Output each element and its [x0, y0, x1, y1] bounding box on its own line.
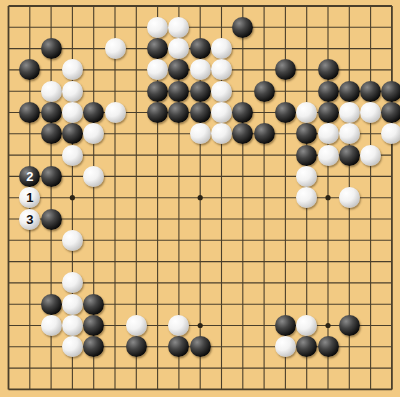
black-stone [275, 102, 296, 123]
move-3-white-stone: 3 [19, 209, 40, 230]
white-stone [105, 102, 126, 123]
black-stone [339, 145, 360, 166]
white-stone [62, 145, 83, 166]
black-stone [360, 81, 381, 102]
white-stone [41, 315, 62, 336]
white-stone [147, 17, 168, 38]
white-stone [105, 38, 126, 59]
white-stone [339, 123, 360, 144]
black-stone [147, 81, 168, 102]
white-stone [83, 166, 104, 187]
white-stone [339, 187, 360, 208]
black-stone [41, 209, 62, 230]
white-stone [126, 315, 147, 336]
black-stone [232, 17, 253, 38]
white-stone [211, 38, 232, 59]
white-stone [296, 166, 317, 187]
move-number-label: 1 [26, 191, 33, 204]
move-number-label: 2 [26, 169, 33, 182]
white-stone [190, 59, 211, 80]
white-stone [339, 102, 360, 123]
black-stone [41, 38, 62, 59]
black-stone [168, 81, 189, 102]
white-stone [318, 123, 339, 144]
black-stone [83, 294, 104, 315]
black-stone [318, 59, 339, 80]
black-stone [318, 102, 339, 123]
black-stone [296, 145, 317, 166]
black-stone [339, 315, 360, 336]
black-stone [381, 102, 400, 123]
black-stone [147, 102, 168, 123]
black-stone [190, 102, 211, 123]
black-stone [41, 166, 62, 187]
star-point [198, 195, 203, 200]
star-point [325, 195, 330, 200]
black-stone [318, 81, 339, 102]
white-stone [211, 81, 232, 102]
black-stone [254, 123, 275, 144]
white-stone [41, 81, 62, 102]
white-stone [62, 315, 83, 336]
white-stone [62, 102, 83, 123]
black-stone [275, 315, 296, 336]
black-stone [381, 81, 400, 102]
star-point [70, 195, 75, 200]
white-stone [318, 145, 339, 166]
black-stone [41, 294, 62, 315]
white-stone [62, 294, 83, 315]
black-stone [41, 123, 62, 144]
white-stone [360, 102, 381, 123]
go-board[interactable]: 213 [0, 0, 400, 397]
black-stone [339, 81, 360, 102]
black-stone [190, 38, 211, 59]
white-stone [190, 123, 211, 144]
go-board-surface[interactable]: 213 [0, 0, 400, 397]
black-stone [126, 336, 147, 357]
move-number-label: 3 [26, 212, 33, 225]
black-stone [318, 336, 339, 357]
black-stone [41, 102, 62, 123]
white-stone [381, 123, 400, 144]
black-stone [190, 336, 211, 357]
black-stone [254, 81, 275, 102]
white-stone [62, 81, 83, 102]
star-point [198, 323, 203, 328]
black-stone [190, 81, 211, 102]
white-stone [62, 230, 83, 251]
white-stone [211, 102, 232, 123]
white-stone [360, 145, 381, 166]
star-point [325, 323, 330, 328]
